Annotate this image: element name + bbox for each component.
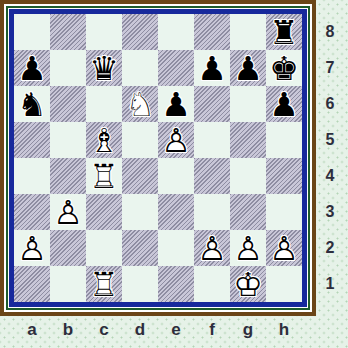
black-pawn[interactable]: ♟ [158,86,194,122]
square-a7[interactable]: ♟ [14,50,50,86]
square-d5[interactable] [122,122,158,158]
square-g1[interactable]: ♚♔ [230,266,266,302]
square-b7[interactable] [50,50,86,86]
square-e8[interactable] [158,14,194,50]
piece-outline: ♙ [194,230,230,266]
piece-outline: ♔ [230,266,266,302]
square-a5[interactable] [14,122,50,158]
white-pawn[interactable]: ♟♙ [266,230,302,266]
rank-label-6: 6 [316,86,344,122]
file-labels: abcdefgh [14,315,302,345]
white-pawn[interactable]: ♟♙ [14,230,50,266]
square-f5[interactable] [194,122,230,158]
square-a3[interactable] [14,194,50,230]
file-label-a: a [14,315,50,345]
piece-outline: ♗ [86,122,122,158]
white-rook[interactable]: ♜♖ [86,266,122,302]
square-e2[interactable] [158,230,194,266]
square-h1[interactable] [266,266,302,302]
rank-label-5: 5 [316,122,344,158]
square-g2[interactable]: ♟♙ [230,230,266,266]
square-h8[interactable]: ♜ [266,14,302,50]
file-label-c: c [86,315,122,345]
square-c7[interactable]: ♛ [86,50,122,86]
square-b4[interactable] [50,158,86,194]
square-h7[interactable]: ♚ [266,50,302,86]
rank-label-8: 8 [316,14,344,50]
board-frame-blue: ♜♟♛♟♟♚♞♞♘♟♟♝♗♟♙♜♖♟♙♟♙♟♙♟♙♟♙♜♖♚♔ [9,9,307,307]
rank-label-3: 3 [316,194,344,230]
file-label-h: h [266,315,302,345]
white-pawn[interactable]: ♟♙ [50,194,86,230]
square-f3[interactable] [194,194,230,230]
piece-outline: ♖ [86,158,122,194]
piece-outline: ♙ [266,230,302,266]
chess-board: ♜♟♛♟♟♚♞♞♘♟♟♝♗♟♙♜♖♟♙♟♙♟♙♟♙♟♙♜♖♚♔ [14,14,302,302]
white-king[interactable]: ♚♔ [230,266,266,302]
square-b2[interactable] [50,230,86,266]
square-c4[interactable]: ♜♖ [86,158,122,194]
square-e1[interactable] [158,266,194,302]
square-b5[interactable] [50,122,86,158]
page-background: ♜♟♛♟♟♚♞♞♘♟♟♝♗♟♙♜♖♟♙♟♙♟♙♟♙♟♙♜♖♚♔ 87654321… [0,0,348,348]
square-h6[interactable]: ♟ [266,86,302,122]
square-d6[interactable]: ♞♘ [122,86,158,122]
piece-outline: ♙ [50,194,86,230]
square-e7[interactable] [158,50,194,86]
square-c2[interactable] [86,230,122,266]
board-frame-green: ♜♟♛♟♟♚♞♞♘♟♟♝♗♟♙♜♖♟♙♟♙♟♙♟♙♟♙♜♖♚♔ [6,6,310,310]
rank-label-4: 4 [316,158,344,194]
square-b8[interactable] [50,14,86,50]
square-g6[interactable] [230,86,266,122]
piece-outline: ♘ [122,86,158,122]
rank-labels: 87654321 [316,14,344,302]
square-a6[interactable]: ♞ [14,86,50,122]
rank-label-7: 7 [316,50,344,86]
board-frame-white-outer: ♜♟♛♟♟♚♞♞♘♟♟♝♗♟♙♜♖♟♙♟♙♟♙♟♙♟♙♜♖♚♔ [4,4,312,312]
file-label-d: d [122,315,158,345]
square-d1[interactable] [122,266,158,302]
square-d4[interactable] [122,158,158,194]
square-h4[interactable] [266,158,302,194]
square-g8[interactable] [230,14,266,50]
white-bishop[interactable]: ♝♗ [86,122,122,158]
file-label-f: f [194,315,230,345]
rank-label-2: 2 [316,230,344,266]
square-e3[interactable] [158,194,194,230]
square-e4[interactable] [158,158,194,194]
square-d3[interactable] [122,194,158,230]
square-d7[interactable] [122,50,158,86]
file-label-g: g [230,315,266,345]
black-pawn[interactable]: ♟ [14,50,50,86]
board-frame-brown: ♜♟♛♟♟♚♞♞♘♟♟♝♗♟♙♜♖♟♙♟♙♟♙♟♙♟♙♜♖♚♔ [0,0,316,316]
black-pawn[interactable]: ♟ [266,86,302,122]
piece-outline: ♙ [158,122,194,158]
square-b3[interactable]: ♟♙ [50,194,86,230]
square-f1[interactable] [194,266,230,302]
square-c8[interactable] [86,14,122,50]
square-f8[interactable] [194,14,230,50]
square-e6[interactable]: ♟ [158,86,194,122]
square-g4[interactable] [230,158,266,194]
white-pawn[interactable]: ♟♙ [230,230,266,266]
square-c1[interactable]: ♜♖ [86,266,122,302]
square-d2[interactable] [122,230,158,266]
piece-outline: ♙ [14,230,50,266]
black-knight[interactable]: ♞ [14,86,50,122]
square-g3[interactable] [230,194,266,230]
square-h2[interactable]: ♟♙ [266,230,302,266]
black-pawn[interactable]: ♟ [230,50,266,86]
square-a4[interactable] [14,158,50,194]
square-c3[interactable] [86,194,122,230]
rank-label-1: 1 [316,266,344,302]
square-c5[interactable]: ♝♗ [86,122,122,158]
piece-outline: ♖ [86,266,122,302]
square-h5[interactable] [266,122,302,158]
square-a2[interactable]: ♟♙ [14,230,50,266]
square-f4[interactable] [194,158,230,194]
square-a1[interactable] [14,266,50,302]
white-pawn[interactable]: ♟♙ [158,122,194,158]
square-b6[interactable] [50,86,86,122]
board-frame-white-inner: ♜♟♛♟♟♚♞♞♘♟♟♝♗♟♙♜♖♟♙♟♙♟♙♟♙♟♙♜♖♚♔ [8,8,308,308]
file-label-e: e [158,315,194,345]
black-king[interactable]: ♚ [266,50,302,86]
square-g5[interactable] [230,122,266,158]
square-a8[interactable] [14,14,50,50]
white-pawn[interactable]: ♟♙ [194,230,230,266]
white-rook[interactable]: ♜♖ [86,158,122,194]
piece-outline: ♙ [230,230,266,266]
black-queen[interactable]: ♛ [86,50,122,86]
file-label-b: b [50,315,86,345]
square-h3[interactable] [266,194,302,230]
square-c6[interactable] [86,86,122,122]
square-f2[interactable]: ♟♙ [194,230,230,266]
square-b1[interactable] [50,266,86,302]
black-rook[interactable]: ♜ [266,14,302,50]
square-f7[interactable]: ♟ [194,50,230,86]
black-pawn[interactable]: ♟ [194,50,230,86]
square-g7[interactable]: ♟ [230,50,266,86]
square-f6[interactable] [194,86,230,122]
square-d8[interactable] [122,14,158,50]
white-knight[interactable]: ♞♘ [122,86,158,122]
square-e5[interactable]: ♟♙ [158,122,194,158]
